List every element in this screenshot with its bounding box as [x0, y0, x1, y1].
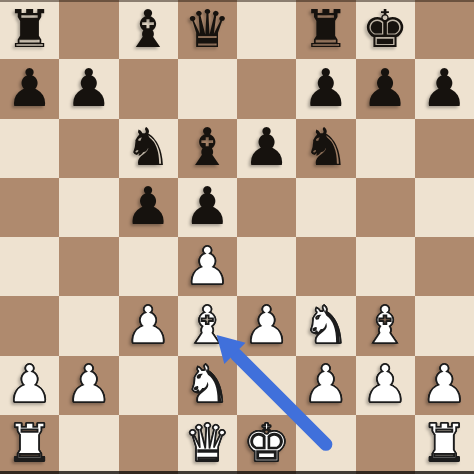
- piece-white-bishop[interactable]: ♝: [362, 299, 409, 351]
- square-b5[interactable]: [59, 178, 118, 237]
- square-h6[interactable]: [415, 119, 474, 178]
- square-f7[interactable]: ♟: [296, 59, 355, 118]
- piece-black-bishop[interactable]: ♝: [184, 121, 231, 173]
- piece-white-queen[interactable]: ♛: [184, 417, 231, 469]
- square-e7[interactable]: [237, 59, 296, 118]
- square-a4[interactable]: [0, 237, 59, 296]
- board-squares: ♜♝♛♜♚♟♟♟♟♟♞♝♟♞♟♟♟♟♝♟♞♝♟♟♞♟♟♟♜♛♚♜: [0, 0, 474, 474]
- square-h1[interactable]: ♜: [415, 415, 474, 474]
- square-h4[interactable]: [415, 237, 474, 296]
- square-b7[interactable]: ♟: [59, 59, 118, 118]
- piece-white-knight[interactable]: ♞: [184, 358, 231, 410]
- piece-black-knight[interactable]: ♞: [303, 121, 350, 173]
- square-h8[interactable]: [415, 0, 474, 59]
- piece-black-pawn[interactable]: ♟: [66, 62, 113, 114]
- square-f5[interactable]: [296, 178, 355, 237]
- square-a8[interactable]: ♜: [0, 0, 59, 59]
- piece-white-rook[interactable]: ♜: [6, 417, 53, 469]
- piece-white-pawn[interactable]: ♟: [421, 358, 468, 410]
- square-b4[interactable]: [59, 237, 118, 296]
- square-c1[interactable]: [119, 415, 178, 474]
- piece-white-pawn[interactable]: ♟: [125, 299, 172, 351]
- square-h7[interactable]: ♟: [415, 59, 474, 118]
- piece-black-pawn[interactable]: ♟: [184, 180, 231, 232]
- square-a1[interactable]: ♜: [0, 415, 59, 474]
- square-a2[interactable]: ♟: [0, 356, 59, 415]
- piece-black-bishop[interactable]: ♝: [125, 3, 172, 55]
- square-h2[interactable]: ♟: [415, 356, 474, 415]
- piece-white-pawn[interactable]: ♟: [184, 240, 231, 292]
- square-c8[interactable]: ♝: [119, 0, 178, 59]
- square-a5[interactable]: [0, 178, 59, 237]
- square-c7[interactable]: [119, 59, 178, 118]
- square-h5[interactable]: [415, 178, 474, 237]
- square-d8[interactable]: ♛: [178, 0, 237, 59]
- piece-white-rook[interactable]: ♜: [421, 417, 468, 469]
- square-f2[interactable]: ♟: [296, 356, 355, 415]
- piece-white-bishop[interactable]: ♝: [184, 299, 231, 351]
- square-f1[interactable]: [296, 415, 355, 474]
- piece-white-pawn[interactable]: ♟: [66, 358, 113, 410]
- square-e8[interactable]: [237, 0, 296, 59]
- piece-black-pawn[interactable]: ♟: [125, 180, 172, 232]
- square-c6[interactable]: ♞: [119, 119, 178, 178]
- square-d2[interactable]: ♞: [178, 356, 237, 415]
- piece-black-pawn[interactable]: ♟: [362, 62, 409, 114]
- piece-black-rook[interactable]: ♜: [303, 3, 350, 55]
- square-g2[interactable]: ♟: [356, 356, 415, 415]
- square-b6[interactable]: [59, 119, 118, 178]
- square-a6[interactable]: [0, 119, 59, 178]
- square-d6[interactable]: ♝: [178, 119, 237, 178]
- piece-black-rook[interactable]: ♜: [6, 3, 53, 55]
- square-d3[interactable]: ♝: [178, 296, 237, 355]
- piece-black-king[interactable]: ♚: [362, 3, 409, 55]
- square-b8[interactable]: [59, 0, 118, 59]
- piece-black-pawn[interactable]: ♟: [303, 62, 350, 114]
- square-g4[interactable]: [356, 237, 415, 296]
- square-e6[interactable]: ♟: [237, 119, 296, 178]
- square-a3[interactable]: [0, 296, 59, 355]
- piece-white-pawn[interactable]: ♟: [303, 358, 350, 410]
- square-c5[interactable]: ♟: [119, 178, 178, 237]
- piece-black-knight[interactable]: ♞: [125, 121, 172, 173]
- piece-white-pawn[interactable]: ♟: [6, 358, 53, 410]
- square-b1[interactable]: [59, 415, 118, 474]
- square-c3[interactable]: ♟: [119, 296, 178, 355]
- square-f8[interactable]: ♜: [296, 0, 355, 59]
- square-e5[interactable]: [237, 178, 296, 237]
- square-g8[interactable]: ♚: [356, 0, 415, 59]
- piece-black-pawn[interactable]: ♟: [421, 62, 468, 114]
- square-g5[interactable]: [356, 178, 415, 237]
- square-g7[interactable]: ♟: [356, 59, 415, 118]
- square-h3[interactable]: [415, 296, 474, 355]
- square-g1[interactable]: [356, 415, 415, 474]
- square-c2[interactable]: [119, 356, 178, 415]
- piece-black-queen[interactable]: ♛: [184, 3, 231, 55]
- square-f4[interactable]: [296, 237, 355, 296]
- square-f6[interactable]: ♞: [296, 119, 355, 178]
- square-c4[interactable]: [119, 237, 178, 296]
- square-g6[interactable]: [356, 119, 415, 178]
- square-b2[interactable]: ♟: [59, 356, 118, 415]
- piece-white-pawn[interactable]: ♟: [243, 299, 290, 351]
- piece-white-pawn[interactable]: ♟: [362, 358, 409, 410]
- chessboard: ♜♝♛♜♚♟♟♟♟♟♞♝♟♞♟♟♟♟♝♟♞♝♟♟♞♟♟♟♜♛♚♜: [0, 0, 474, 474]
- piece-white-knight[interactable]: ♞: [303, 299, 350, 351]
- square-e2[interactable]: [237, 356, 296, 415]
- piece-white-king[interactable]: ♚: [243, 417, 290, 469]
- piece-black-pawn[interactable]: ♟: [243, 121, 290, 173]
- square-a7[interactable]: ♟: [0, 59, 59, 118]
- square-f3[interactable]: ♞: [296, 296, 355, 355]
- square-d1[interactable]: ♛: [178, 415, 237, 474]
- square-d7[interactable]: [178, 59, 237, 118]
- square-e4[interactable]: [237, 237, 296, 296]
- square-e3[interactable]: ♟: [237, 296, 296, 355]
- square-d5[interactable]: ♟: [178, 178, 237, 237]
- piece-black-pawn[interactable]: ♟: [6, 62, 53, 114]
- square-e1[interactable]: ♚: [237, 415, 296, 474]
- square-b3[interactable]: [59, 296, 118, 355]
- square-d4[interactable]: ♟: [178, 237, 237, 296]
- square-g3[interactable]: ♝: [356, 296, 415, 355]
